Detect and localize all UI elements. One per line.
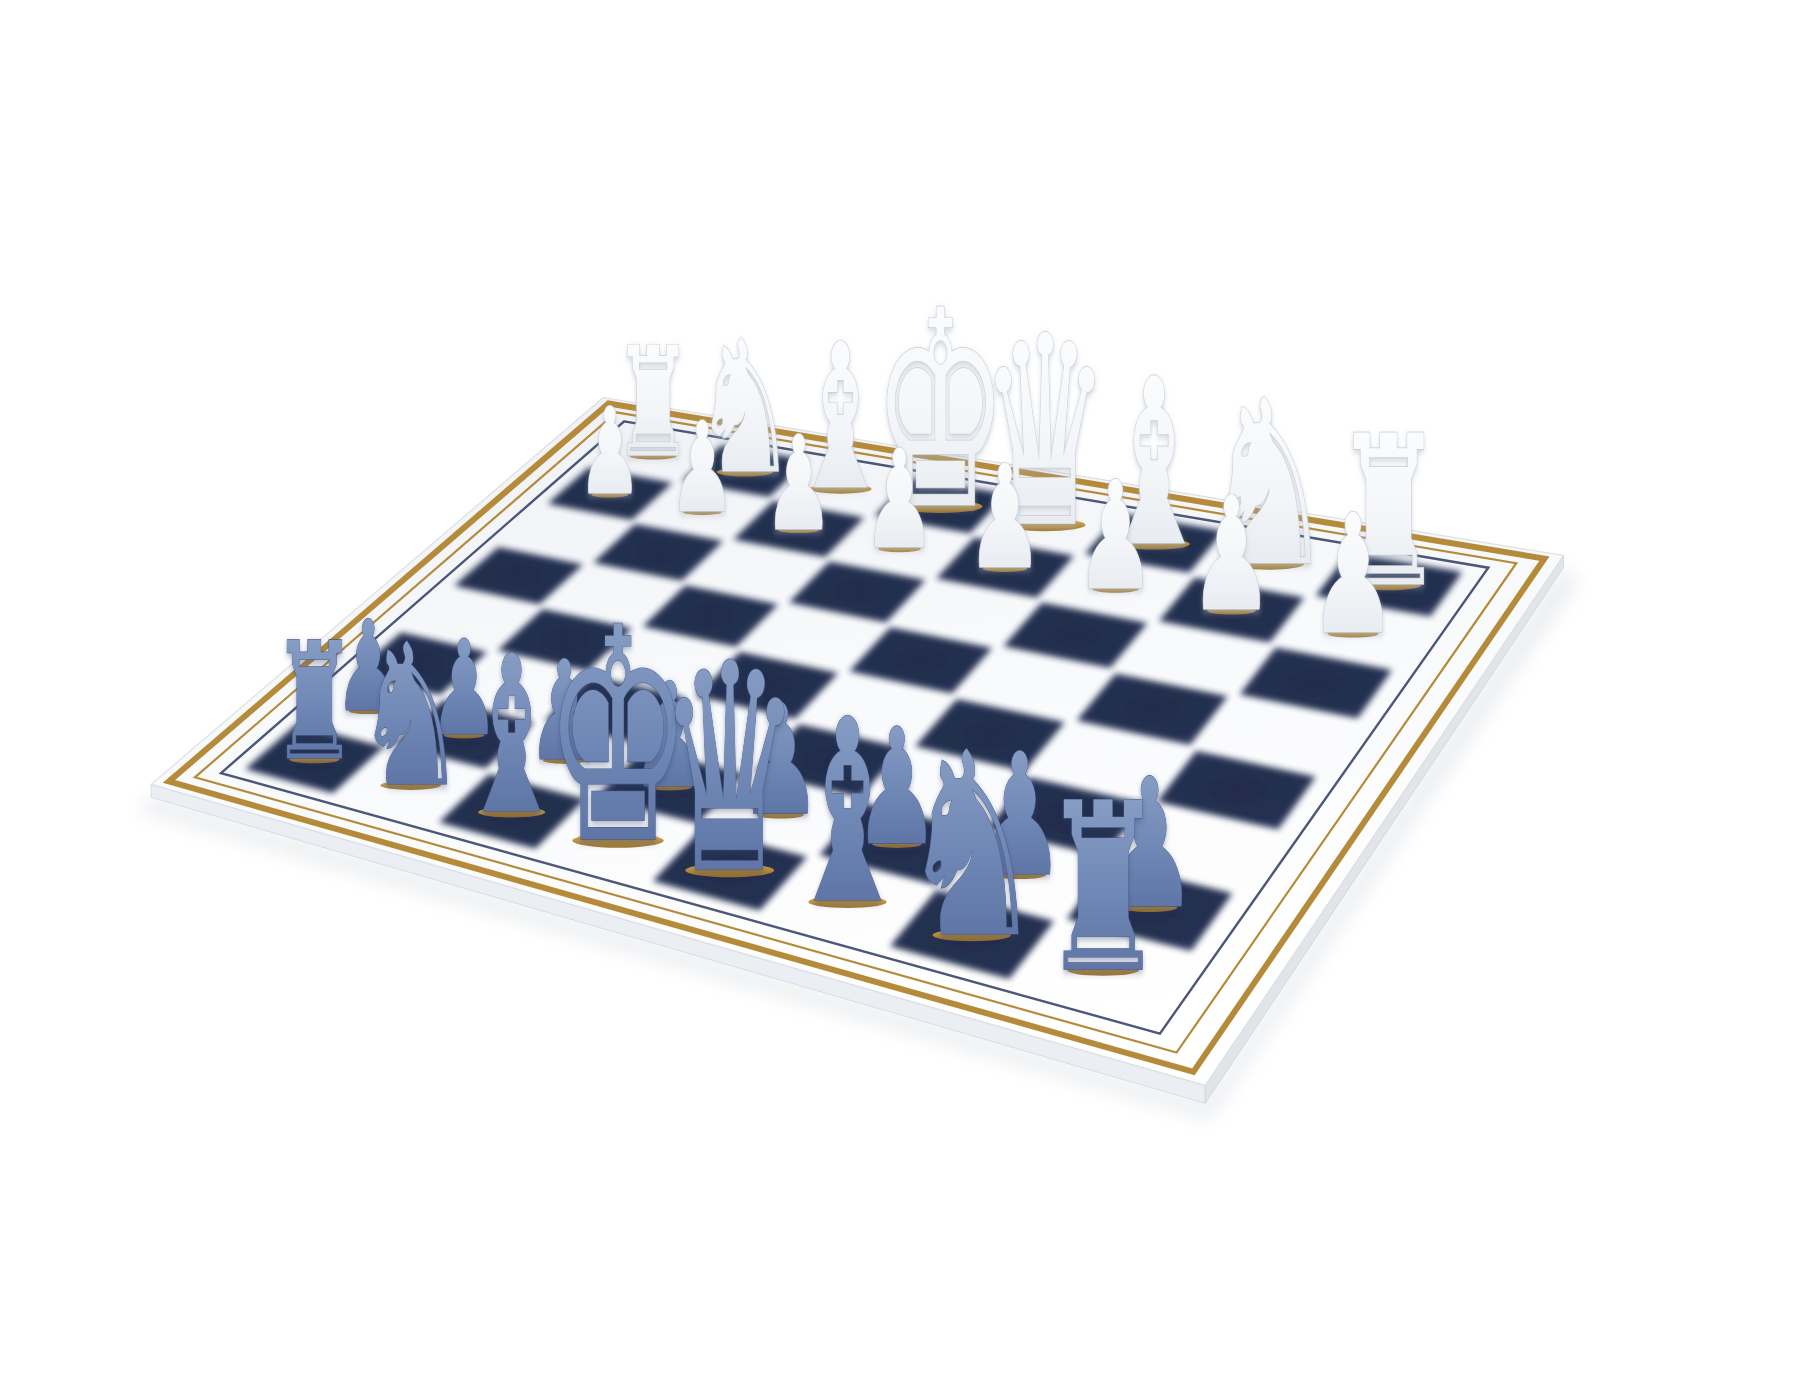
- white-pawn-icon: ♟: [1075, 448, 1155, 623]
- white-pawn-icon: ♟: [967, 435, 1044, 601]
- piece-white-pawn-g2[interactable]: ♟: [669, 394, 736, 540]
- blue-rook-icon: ♜: [1041, 753, 1166, 1023]
- blue-bishop-icon: ♝: [784, 666, 911, 960]
- white-pawn-icon: ♟: [578, 382, 642, 521]
- piece-white-pawn-e2[interactable]: ♟: [863, 421, 936, 580]
- white-pawn-icon: ♟: [764, 407, 834, 559]
- blue-knight-icon: ♞: [899, 698, 1045, 993]
- white-pawn-icon: ♟: [1309, 479, 1398, 671]
- white-pawn-icon: ♟: [669, 394, 736, 540]
- piece-blue-rook-a8[interactable]: ♜: [1041, 753, 1166, 1023]
- piece-blue-queen-d8[interactable]: ♛: [658, 602, 802, 936]
- piece-white-pawn-f2[interactable]: ♟: [764, 407, 834, 559]
- piece-white-pawn-b2[interactable]: ♟: [1189, 464, 1273, 647]
- white-pawn-icon: ♟: [1189, 464, 1273, 647]
- blue-rook-icon: ♜: [271, 608, 358, 796]
- piece-blue-knight-b8[interactable]: ♞: [899, 698, 1045, 993]
- chess-set-photo: ♜♞♝♟♚♟♛♟♝♟♞♟♜♟♟♟♟♟♜♟♞♟♝♟♚♟♛♟♝♟♞♜: [0, 0, 1800, 1394]
- piece-white-pawn-a2[interactable]: ♟: [1309, 479, 1398, 671]
- white-pawn-icon: ♟: [863, 421, 936, 580]
- piece-white-pawn-d2[interactable]: ♟: [967, 435, 1044, 601]
- piece-white-pawn-h2[interactable]: ♟: [578, 382, 642, 521]
- piece-white-pawn-c2[interactable]: ♟: [1075, 448, 1155, 623]
- piece-blue-rook-h8[interactable]: ♜: [271, 608, 358, 796]
- chess-scene: ♜♞♝♟♚♟♛♟♝♟♞♟♜♟♟♟♟♟♜♟♞♟♝♟♚♟♛♟♝♟♞♜: [0, 0, 1800, 1394]
- piece-blue-knight-g8[interactable]: ♞: [354, 601, 466, 830]
- blue-knight-icon: ♞: [354, 601, 466, 830]
- blue-queen-icon: ♛: [658, 602, 802, 936]
- piece-blue-bishop-c8[interactable]: ♝: [784, 666, 911, 960]
